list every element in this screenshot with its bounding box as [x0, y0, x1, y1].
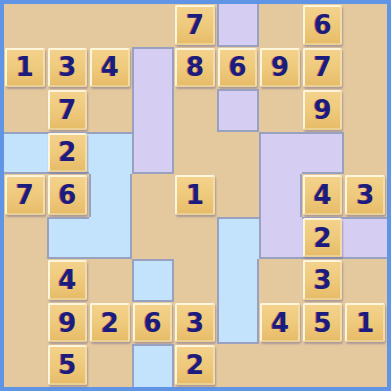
- cell-r5c8[interactable]: 4: [302, 174, 345, 217]
- number-tile-r8c4[interactable]: 6: [133, 303, 173, 343]
- number-tile-r1c8[interactable]: 6: [303, 5, 343, 45]
- cell-r1c3[interactable]: [89, 4, 132, 47]
- cell-r4c4[interactable]: [132, 132, 175, 175]
- cell-r2c6[interactable]: 6: [217, 47, 260, 90]
- tile-digit: 4: [271, 310, 289, 336]
- tile-digit: 4: [314, 182, 332, 208]
- cell-r5c2[interactable]: 6: [47, 174, 90, 217]
- cell-r7c6[interactable]: [217, 259, 260, 302]
- cell-r6c5[interactable]: [174, 217, 217, 260]
- cell-r6c7[interactable]: [259, 217, 302, 260]
- tile-digit: 6: [229, 54, 247, 80]
- cell-r4c8[interactable]: [302, 132, 345, 175]
- cell-r5c4[interactable]: [132, 174, 175, 217]
- number-tile-r2c6[interactable]: 6: [218, 48, 258, 88]
- cell-r1c6[interactable]: [217, 4, 260, 47]
- number-tile-r4c2[interactable]: 2: [48, 133, 88, 173]
- cell-r4c5[interactable]: [174, 132, 217, 175]
- cell-r6c1[interactable]: [4, 217, 47, 260]
- cell-r2c2[interactable]: 3: [47, 47, 90, 90]
- tile-digit: 2: [314, 225, 332, 251]
- number-tile-r2c7[interactable]: 9: [260, 48, 300, 88]
- number-tile-r3c2[interactable]: 7: [48, 90, 88, 130]
- sudoku-board: 76134869779276143243926345152: [0, 0, 391, 391]
- cell-r3c5[interactable]: [174, 89, 217, 132]
- tile-digit: 5: [58, 352, 76, 378]
- cell-r8c5[interactable]: 3: [174, 302, 217, 345]
- cell-r2c5[interactable]: 8: [174, 47, 217, 90]
- cell-r3c7[interactable]: [259, 89, 302, 132]
- cell-r9c1[interactable]: [4, 344, 47, 387]
- cell-r1c2[interactable]: [47, 4, 90, 47]
- cell-r8c1[interactable]: [4, 302, 47, 345]
- number-tile-r2c1[interactable]: 1: [5, 48, 45, 88]
- cell-r7c1[interactable]: [4, 259, 47, 302]
- cell-r9c3[interactable]: [89, 344, 132, 387]
- tile-digit: 3: [314, 267, 332, 293]
- cell-r9c9[interactable]: [344, 344, 387, 387]
- cell-r2c4[interactable]: [132, 47, 175, 90]
- tile-digit: 2: [186, 352, 204, 378]
- number-tile-r5c1[interactable]: 7: [5, 175, 45, 215]
- cell-r3c6[interactable]: [217, 89, 260, 132]
- number-tile-r2c5[interactable]: 8: [175, 48, 215, 88]
- cell-r8c4[interactable]: 6: [132, 302, 175, 345]
- cell-r5c7[interactable]: [259, 174, 302, 217]
- tile-digit: 2: [101, 310, 119, 336]
- number-tile-r2c8[interactable]: 7: [303, 48, 343, 88]
- cell-r9c4[interactable]: [132, 344, 175, 387]
- cell-r3c9[interactable]: [344, 89, 387, 132]
- tile-digit: 7: [186, 12, 204, 38]
- cell-r7c8[interactable]: 3: [302, 259, 345, 302]
- number-tile-r8c8[interactable]: 5: [303, 303, 343, 343]
- tile-digit: 7: [58, 97, 76, 123]
- cell-r9c5[interactable]: 2: [174, 344, 217, 387]
- cell-r6c8[interactable]: 2: [302, 217, 345, 260]
- cell-r9c2[interactable]: 5: [47, 344, 90, 387]
- tile-digit: 3: [186, 310, 204, 336]
- number-tile-r8c3[interactable]: 2: [90, 303, 130, 343]
- cell-r1c9[interactable]: [344, 4, 387, 47]
- cell-r2c7[interactable]: 9: [259, 47, 302, 90]
- cell-r8c2[interactable]: 9: [47, 302, 90, 345]
- number-tile-r5c2[interactable]: 6: [48, 175, 88, 215]
- cell-r4c7[interactable]: [259, 132, 302, 175]
- number-tile-r8c9[interactable]: 1: [345, 303, 385, 343]
- cell-r2c8[interactable]: 7: [302, 47, 345, 90]
- tile-digit: 6: [143, 310, 161, 336]
- cell-r5c3[interactable]: [89, 174, 132, 217]
- number-tile-r9c2[interactable]: 5: [48, 345, 88, 385]
- cell-r3c4[interactable]: [132, 89, 175, 132]
- cell-r6c3[interactable]: [89, 217, 132, 260]
- tile-digit: 5: [314, 310, 332, 336]
- tile-digit: 8: [186, 54, 204, 80]
- cell-r1c8[interactable]: 6: [302, 4, 345, 47]
- number-tile-r9c5[interactable]: 2: [175, 345, 215, 385]
- tile-digit: 1: [16, 54, 34, 80]
- tile-digit: 1: [356, 310, 374, 336]
- cell-r5c9[interactable]: 3: [344, 174, 387, 217]
- cell-r1c5[interactable]: 7: [174, 4, 217, 47]
- cell-r6c9[interactable]: [344, 217, 387, 260]
- tile-digit: 3: [356, 182, 374, 208]
- cell-r4c2[interactable]: 2: [47, 132, 90, 175]
- cell-r3c1[interactable]: [4, 89, 47, 132]
- cell-r4c3[interactable]: [89, 132, 132, 175]
- cell-r2c9[interactable]: [344, 47, 387, 90]
- cell-r5c1[interactable]: 7: [4, 174, 47, 217]
- cell-r4c1[interactable]: [4, 132, 47, 175]
- tile-digit: 7: [16, 182, 34, 208]
- cell-r6c4[interactable]: [132, 217, 175, 260]
- cell-r7c3[interactable]: [89, 259, 132, 302]
- cell-r4c6[interactable]: [217, 132, 260, 175]
- cell-r2c3[interactable]: 4: [89, 47, 132, 90]
- cell-r9c7[interactable]: [259, 344, 302, 387]
- number-tile-r5c8[interactable]: 4: [303, 175, 343, 215]
- number-tile-r6c8[interactable]: 2: [303, 218, 343, 258]
- cell-r8c9[interactable]: 1: [344, 302, 387, 345]
- number-tile-r8c7[interactable]: 4: [260, 303, 300, 343]
- number-tile-r5c5[interactable]: 1: [175, 175, 215, 215]
- tile-digit: 6: [58, 182, 76, 208]
- tile-digit: 9: [271, 54, 289, 80]
- cell-r3c8[interactable]: 9: [302, 89, 345, 132]
- cell-r4c9[interactable]: [344, 132, 387, 175]
- tile-digit: 4: [58, 267, 76, 293]
- cell-r1c7[interactable]: [259, 4, 302, 47]
- cell-r5c5[interactable]: 1: [174, 174, 217, 217]
- cell-r5c6[interactable]: [217, 174, 260, 217]
- tile-digit: 1: [186, 182, 204, 208]
- cell-r8c6[interactable]: [217, 302, 260, 345]
- number-tile-r2c3[interactable]: 4: [90, 48, 130, 88]
- cell-r1c4[interactable]: [132, 4, 175, 47]
- cell-r7c7[interactable]: [259, 259, 302, 302]
- tile-digit: 6: [314, 12, 332, 38]
- tile-digit: 9: [314, 97, 332, 123]
- cell-r1c1[interactable]: [4, 4, 47, 47]
- cell-r9c8[interactable]: [302, 344, 345, 387]
- cell-r2c1[interactable]: 1: [4, 47, 47, 90]
- tile-digit: 9: [58, 310, 76, 336]
- number-tile-r7c2[interactable]: 4: [48, 260, 88, 300]
- number-tile-r7c8[interactable]: 3: [303, 260, 343, 300]
- cell-r7c9[interactable]: [344, 259, 387, 302]
- number-tile-r8c5[interactable]: 3: [175, 303, 215, 343]
- tile-digit: 7: [314, 54, 332, 80]
- cell-r9c6[interactable]: [217, 344, 260, 387]
- number-tile-r2c2[interactable]: 3: [48, 48, 88, 88]
- number-tile-r1c5[interactable]: 7: [175, 5, 215, 45]
- number-tile-r5c9[interactable]: 3: [345, 175, 385, 215]
- cell-r7c2[interactable]: 4: [47, 259, 90, 302]
- cell-r3c3[interactable]: [89, 89, 132, 132]
- cell-r6c2[interactable]: [47, 217, 90, 260]
- number-tile-r8c2[interactable]: 9: [48, 303, 88, 343]
- cell-r7c4[interactable]: [132, 259, 175, 302]
- cell-r7c5[interactable]: [174, 259, 217, 302]
- cell-r6c6[interactable]: [217, 217, 260, 260]
- tile-digit: 3: [58, 54, 76, 80]
- cell-r3c2[interactable]: 7: [47, 89, 90, 132]
- cell-r8c3[interactable]: 2: [89, 302, 132, 345]
- cell-r8c8[interactable]: 5: [302, 302, 345, 345]
- tile-digit: 2: [58, 139, 76, 165]
- number-tile-r3c8[interactable]: 9: [303, 90, 343, 130]
- cell-r8c7[interactable]: 4: [259, 302, 302, 345]
- tile-digit: 4: [101, 54, 119, 80]
